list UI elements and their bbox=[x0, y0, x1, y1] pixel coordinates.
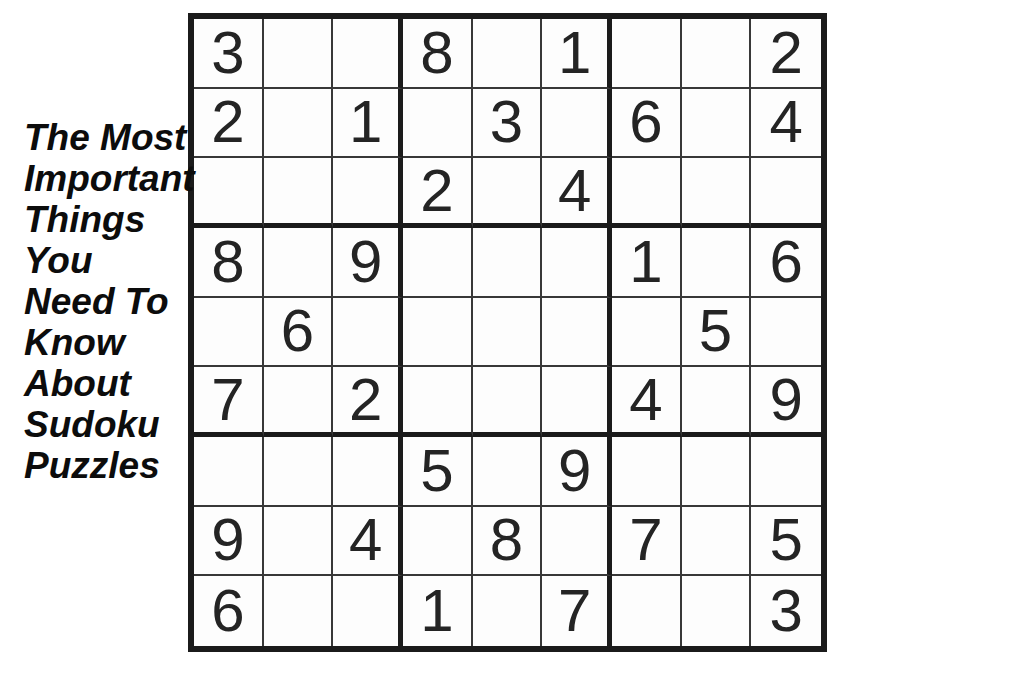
sudoku-cell-empty[interactable] bbox=[682, 507, 752, 577]
sudoku-cell-empty[interactable] bbox=[333, 437, 403, 507]
title-line: The Most bbox=[24, 117, 195, 158]
sudoku-cell-empty[interactable] bbox=[264, 507, 334, 577]
page: The MostImportantThingsYouNeed ToKnowAbo… bbox=[0, 0, 1024, 683]
sudoku-cell-empty[interactable] bbox=[682, 89, 752, 159]
sudoku-cell-empty[interactable] bbox=[333, 298, 403, 368]
sudoku-cell-empty[interactable] bbox=[333, 158, 403, 228]
sudoku-cell-empty[interactable] bbox=[473, 228, 543, 298]
sudoku-cell-empty[interactable] bbox=[682, 19, 752, 89]
sudoku-cell-given: 2 bbox=[194, 89, 264, 159]
sudoku-cell-given: 6 bbox=[612, 89, 682, 159]
sudoku-cell-empty[interactable] bbox=[403, 507, 473, 577]
sudoku-cell-empty[interactable] bbox=[612, 158, 682, 228]
sudoku-cell-empty[interactable] bbox=[612, 298, 682, 368]
sudoku-cell-empty[interactable] bbox=[264, 19, 334, 89]
sudoku-cell-given: 3 bbox=[751, 576, 821, 646]
sudoku-cell-given: 5 bbox=[682, 298, 752, 368]
sudoku-cell-empty[interactable] bbox=[612, 19, 682, 89]
sudoku-cell-given: 8 bbox=[194, 228, 264, 298]
title-line: About bbox=[24, 363, 195, 404]
sudoku-cell-empty[interactable] bbox=[403, 367, 473, 437]
sudoku-cell-empty[interactable] bbox=[542, 228, 612, 298]
sudoku-cell-empty[interactable] bbox=[542, 298, 612, 368]
sudoku-cell-empty[interactable] bbox=[473, 367, 543, 437]
sudoku-cell-given: 9 bbox=[542, 437, 612, 507]
sudoku-board: 38122136424891665724959948756173 bbox=[188, 13, 827, 652]
sudoku-cell-empty[interactable] bbox=[612, 437, 682, 507]
sudoku-cell-given: 8 bbox=[473, 507, 543, 577]
sudoku-cell-empty[interactable] bbox=[403, 89, 473, 159]
sudoku-cell-empty[interactable] bbox=[473, 437, 543, 507]
sudoku-cell-given: 7 bbox=[542, 576, 612, 646]
title-line: Sudoku bbox=[24, 404, 195, 445]
sudoku-cell-given: 1 bbox=[542, 19, 612, 89]
sudoku-cell-empty[interactable] bbox=[612, 576, 682, 646]
sudoku-cell-empty[interactable] bbox=[542, 507, 612, 577]
sudoku-cell-empty[interactable] bbox=[682, 158, 752, 228]
sudoku-cell-given: 8 bbox=[403, 19, 473, 89]
sudoku-cell-empty[interactable] bbox=[264, 367, 334, 437]
sudoku-cell-empty[interactable] bbox=[403, 298, 473, 368]
sudoku-cell-given: 9 bbox=[333, 228, 403, 298]
sudoku-cell-empty[interactable] bbox=[751, 158, 821, 228]
sudoku-cell-empty[interactable] bbox=[682, 437, 752, 507]
sudoku-cell-given: 9 bbox=[194, 507, 264, 577]
title-line: Things bbox=[24, 199, 195, 240]
sudoku-cell-given: 1 bbox=[612, 228, 682, 298]
sudoku-cell-empty[interactable] bbox=[473, 576, 543, 646]
sudoku-cell-given: 7 bbox=[612, 507, 682, 577]
sudoku-cell-empty[interactable] bbox=[264, 576, 334, 646]
sudoku-cell-given: 4 bbox=[542, 158, 612, 228]
sudoku-cell-empty[interactable] bbox=[542, 89, 612, 159]
sudoku-cell-empty[interactable] bbox=[194, 298, 264, 368]
sudoku-cell-empty[interactable] bbox=[194, 158, 264, 228]
sudoku-cell-given: 4 bbox=[333, 507, 403, 577]
sudoku-cell-empty[interactable] bbox=[542, 367, 612, 437]
sudoku-cell-empty[interactable] bbox=[751, 298, 821, 368]
sudoku-cell-given: 4 bbox=[612, 367, 682, 437]
sudoku-cell-empty[interactable] bbox=[682, 576, 752, 646]
sudoku-cell-empty[interactable] bbox=[682, 228, 752, 298]
sudoku-cell-given: 3 bbox=[194, 19, 264, 89]
sudoku-cell-empty[interactable] bbox=[194, 437, 264, 507]
sudoku-cell-given: 3 bbox=[473, 89, 543, 159]
sudoku-cell-given: 1 bbox=[403, 576, 473, 646]
title-line: Puzzles bbox=[24, 445, 195, 486]
sudoku-cell-empty[interactable] bbox=[264, 228, 334, 298]
sudoku-cell-empty[interactable] bbox=[264, 158, 334, 228]
sudoku-cell-empty[interactable] bbox=[403, 228, 473, 298]
sudoku-cell-given: 2 bbox=[751, 19, 821, 89]
title-line: You bbox=[24, 240, 195, 281]
sudoku-cell-given: 5 bbox=[751, 507, 821, 577]
sudoku-cell-given: 9 bbox=[751, 367, 821, 437]
sudoku-cell-empty[interactable] bbox=[333, 576, 403, 646]
sudoku-cell-empty[interactable] bbox=[264, 437, 334, 507]
title-line: Important bbox=[24, 158, 195, 199]
title-line: Need To bbox=[24, 281, 195, 322]
sudoku-cell-empty[interactable] bbox=[473, 158, 543, 228]
sudoku-cell-given: 4 bbox=[751, 89, 821, 159]
sudoku-cell-empty[interactable] bbox=[682, 367, 752, 437]
sudoku-cell-empty[interactable] bbox=[473, 298, 543, 368]
sudoku-cell-empty[interactable] bbox=[473, 19, 543, 89]
sudoku-cell-given: 2 bbox=[333, 367, 403, 437]
sudoku-cell-given: 6 bbox=[194, 576, 264, 646]
sudoku-cell-empty[interactable] bbox=[333, 19, 403, 89]
sudoku-cell-given: 5 bbox=[403, 437, 473, 507]
sudoku-cell-given: 2 bbox=[403, 158, 473, 228]
sudoku-cell-given: 7 bbox=[194, 367, 264, 437]
sudoku-cell-empty[interactable] bbox=[751, 437, 821, 507]
sudoku-cell-given: 6 bbox=[264, 298, 334, 368]
sudoku-cell-empty[interactable] bbox=[264, 89, 334, 159]
sudoku-cell-given: 1 bbox=[333, 89, 403, 159]
title-line: Know bbox=[24, 322, 195, 363]
sudoku-cell-given: 6 bbox=[751, 228, 821, 298]
page-title: The MostImportantThingsYouNeed ToKnowAbo… bbox=[24, 117, 195, 486]
